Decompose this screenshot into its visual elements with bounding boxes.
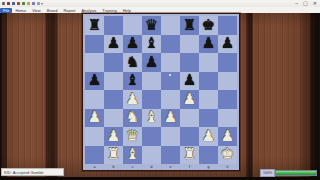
progress-bar-fill xyxy=(276,171,316,175)
white-bishop[interactable]: ♝ xyxy=(126,147,139,162)
square-e7[interactable] xyxy=(161,35,180,54)
square-c4[interactable]: ♟ xyxy=(123,90,142,109)
board-squares: ♜♛♜♚♟♟♝♟♟♞♟♟♝♟♟♟♟♞♝♟♟♛♟♟♜♝♜♚ xyxy=(85,16,237,164)
black-pawn[interactable]: ♟ xyxy=(202,36,215,51)
black-bishop[interactable]: ♝ xyxy=(145,36,158,51)
square-g2[interactable]: ♟ xyxy=(199,127,218,146)
file-label-b: b xyxy=(104,164,123,170)
square-c3[interactable]: ♞ xyxy=(123,109,142,128)
white-king[interactable]: ♚ xyxy=(221,147,234,162)
white-pawn[interactable]: ♟ xyxy=(164,110,177,125)
black-rook[interactable]: ♜ xyxy=(88,17,101,32)
square-c2[interactable]: ♛ xyxy=(123,127,142,146)
quick-access-toolbar xyxy=(2,2,40,5)
close-button[interactable]: ✕ xyxy=(313,0,317,7)
white-pawn[interactable]: ♟ xyxy=(107,128,120,143)
square-f4[interactable]: ♟ xyxy=(180,90,199,109)
menu-item-board[interactable]: Board xyxy=(44,8,61,13)
square-c7[interactable]: ♟ xyxy=(123,35,142,54)
square-d1[interactable] xyxy=(142,146,161,165)
black-pawn[interactable]: ♟ xyxy=(88,73,101,88)
black-pawn[interactable]: ♟ xyxy=(221,36,234,51)
square-e4[interactable] xyxy=(161,90,180,109)
white-pawn[interactable]: ♟ xyxy=(202,128,215,143)
square-b7[interactable]: ♟ xyxy=(104,35,123,54)
square-h8[interactable] xyxy=(218,16,237,35)
black-queen[interactable]: ♛ xyxy=(145,17,158,32)
square-e2[interactable] xyxy=(161,127,180,146)
square-b5[interactable] xyxy=(104,72,123,91)
square-g3[interactable] xyxy=(199,109,218,128)
menu-item-help[interactable]: Help xyxy=(120,8,134,13)
black-pawn[interactable]: ♟ xyxy=(145,54,158,69)
white-pawn[interactable]: ♟ xyxy=(183,91,196,106)
black-king[interactable]: ♚ xyxy=(202,17,215,32)
square-d7[interactable]: ♝ xyxy=(142,35,161,54)
bottom-edge xyxy=(0,177,320,180)
minimize-button[interactable]: – xyxy=(295,0,298,7)
square-c6[interactable]: ♞ xyxy=(123,53,142,72)
square-d2[interactable] xyxy=(142,127,161,146)
menu-item-report[interactable]: Report xyxy=(60,8,78,13)
open-icon[interactable] xyxy=(12,2,15,5)
square-h3[interactable] xyxy=(218,109,237,128)
square-e1[interactable] xyxy=(161,146,180,165)
progress-label: 100% xyxy=(260,169,275,177)
white-knight[interactable]: ♞ xyxy=(126,110,139,125)
white-rook[interactable]: ♜ xyxy=(183,147,196,162)
white-rook[interactable]: ♜ xyxy=(107,147,120,162)
square-g8[interactable]: ♚ xyxy=(199,16,218,35)
title-bar: ▾ –▢✕ xyxy=(0,0,320,7)
square-f2[interactable] xyxy=(180,127,199,146)
mouse-cursor-dot xyxy=(169,74,171,76)
square-a6[interactable] xyxy=(85,53,104,72)
window-controls: –▢✕ xyxy=(295,0,317,7)
square-d3[interactable]: ♝ xyxy=(142,109,161,128)
black-pawn[interactable]: ♟ xyxy=(126,36,139,51)
square-h1[interactable]: ♚ xyxy=(218,146,237,165)
menu-item-file[interactable]: File xyxy=(0,8,12,13)
square-e6[interactable] xyxy=(161,53,180,72)
file-label-f: f xyxy=(180,164,199,170)
square-f1[interactable]: ♜ xyxy=(180,146,199,165)
square-d4[interactable] xyxy=(142,90,161,109)
square-a7[interactable] xyxy=(85,35,104,54)
app-icon[interactable] xyxy=(2,2,5,5)
forward-icon[interactable] xyxy=(27,2,30,5)
square-f3[interactable] xyxy=(180,109,199,128)
status-bar-opening-name: KID: Accepted Gambit xyxy=(1,168,64,176)
engine-icon[interactable] xyxy=(32,2,35,5)
square-f5[interactable]: ♟ xyxy=(180,72,199,91)
square-d5[interactable] xyxy=(142,72,161,91)
square-g1[interactable] xyxy=(199,146,218,165)
square-g7[interactable]: ♟ xyxy=(199,35,218,54)
square-b4[interactable] xyxy=(104,90,123,109)
square-a2[interactable] xyxy=(85,127,104,146)
square-a1[interactable] xyxy=(85,146,104,165)
file-coordinates: abcdefgh xyxy=(85,164,237,170)
save-icon[interactable] xyxy=(17,2,20,5)
chess-board[interactable]: ♜♛♜♚♟♟♝♟♟♞♟♟♝♟♟♟♟♞♝♟♟♛♟♟♜♝♜♚ abcdefgh xyxy=(82,13,240,171)
menu-item-training[interactable]: Training xyxy=(99,8,119,13)
square-g6[interactable] xyxy=(199,53,218,72)
file-label-h: h xyxy=(218,164,237,170)
square-g5[interactable] xyxy=(199,72,218,91)
menu-item-view[interactable]: View xyxy=(29,8,44,13)
square-d8[interactable]: ♛ xyxy=(142,16,161,35)
white-pawn[interactable]: ♟ xyxy=(126,91,139,106)
white-pawn[interactable]: ♟ xyxy=(221,128,234,143)
square-a5[interactable]: ♟ xyxy=(85,72,104,91)
black-rook[interactable]: ♜ xyxy=(183,17,196,32)
square-h6[interactable] xyxy=(218,53,237,72)
file-label-c: c xyxy=(123,164,142,170)
file-label-g: g xyxy=(199,164,218,170)
menu-item-home[interactable]: Home xyxy=(12,8,29,13)
back-icon[interactable] xyxy=(22,2,25,5)
square-a8[interactable]: ♜ xyxy=(85,16,104,35)
square-h4[interactable] xyxy=(218,90,237,109)
square-d6[interactable]: ♟ xyxy=(142,53,161,72)
square-a3[interactable]: ♟ xyxy=(85,109,104,128)
square-b2[interactable]: ♟ xyxy=(104,127,123,146)
file-label-e: e xyxy=(161,164,180,170)
square-h5[interactable] xyxy=(218,72,237,91)
new-board-icon[interactable] xyxy=(7,2,10,5)
maximize-button[interactable]: ▢ xyxy=(303,0,308,7)
square-c8[interactable] xyxy=(123,16,142,35)
square-b1[interactable]: ♜ xyxy=(104,146,123,165)
black-pawn[interactable]: ♟ xyxy=(107,36,120,51)
square-b3[interactable] xyxy=(104,109,123,128)
settings-icon[interactable] xyxy=(37,2,40,5)
square-f6[interactable] xyxy=(180,53,199,72)
white-bishop[interactable]: ♝ xyxy=(145,110,158,125)
square-h2[interactable]: ♟ xyxy=(218,127,237,146)
app-window: ▾ –▢✕ FileHomeViewBoardReportAnalysisTra… xyxy=(0,0,320,180)
file-label-a: a xyxy=(85,164,104,170)
menu-item-analysis[interactable]: Analysis xyxy=(78,8,99,13)
square-g4[interactable] xyxy=(199,90,218,109)
square-f8[interactable]: ♜ xyxy=(180,16,199,35)
progress-bar xyxy=(275,170,317,176)
square-e3[interactable]: ♟ xyxy=(161,109,180,128)
square-h7[interactable]: ♟ xyxy=(218,35,237,54)
black-pawn[interactable]: ♟ xyxy=(183,73,196,88)
square-c5[interactable]: ♝ xyxy=(123,72,142,91)
square-b6[interactable] xyxy=(104,53,123,72)
white-pawn[interactable]: ♟ xyxy=(88,110,101,125)
black-bishop[interactable]: ♝ xyxy=(126,73,139,88)
status-progress: 100% xyxy=(260,170,317,176)
white-queen[interactable]: ♛ xyxy=(126,128,139,143)
opening-name-text: KID: Accepted Gambit xyxy=(4,170,43,175)
chevron-down-icon[interactable]: ▾ xyxy=(41,2,43,5)
square-a4[interactable] xyxy=(85,90,104,109)
file-label-d: d xyxy=(142,164,161,170)
black-knight[interactable]: ♞ xyxy=(126,54,139,69)
square-c1[interactable]: ♝ xyxy=(123,146,142,165)
square-f7[interactable] xyxy=(180,35,199,54)
square-e8[interactable] xyxy=(161,16,180,35)
square-b8[interactable] xyxy=(104,16,123,35)
